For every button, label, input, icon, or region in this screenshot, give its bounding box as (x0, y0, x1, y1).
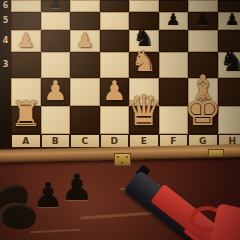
rank-label-5: 5 (1, 16, 10, 25)
brass-hinge (114, 153, 131, 166)
square-a3 (11, 52, 41, 78)
white-queen-e1: ♛ (125, 90, 163, 132)
white-pawn-d2: ♟ (102, 77, 126, 104)
rank-label-3: 3 (1, 60, 10, 69)
captured-black-pawn-2: ♟ (61, 170, 93, 206)
chess-board: 6543ABCDEFGH♟♟♟♟♟♟♞♞♞♟♟♝♜♛♚ (0, 0, 240, 148)
black-pawn-f5: ♟ (166, 12, 180, 28)
square-d6 (100, 0, 130, 12)
toy-pistol (138, 158, 240, 240)
black-knight-h3: ♞ (219, 47, 240, 76)
black-pawn-b6: ♟ (49, 0, 62, 10)
square-d4 (100, 30, 130, 52)
square-c3 (70, 52, 100, 78)
square-a6 (11, 0, 41, 12)
file-label-a: A (11, 134, 41, 148)
black-pawn-g5: ♟ (196, 12, 210, 28)
white-knight-e3: ♞ (131, 47, 157, 76)
white-pawn-c4: ♟ (76, 30, 94, 50)
square-d5 (100, 12, 130, 30)
black-pawn-h5: ♟ (225, 12, 239, 28)
fallen-captured-piece (0, 183, 32, 233)
captured-black-pawn-1: ♟ (33, 178, 63, 212)
file-label-c: C (70, 134, 100, 148)
square-c6 (70, 0, 100, 12)
white-rook-a1: ♜ (10, 97, 41, 132)
brass-hinge-right (208, 149, 224, 157)
square-f3 (159, 52, 189, 78)
square-b5 (41, 12, 71, 30)
rank-label-4: 4 (1, 36, 10, 45)
file-label-b: B (41, 134, 71, 148)
square-e6 (129, 0, 159, 12)
chessboard-photo: 6543ABCDEFGH♟♟♟♟♟♟♞♞♞♟♟♝♜♛♚ ♟ ♟ (0, 0, 240, 240)
file-label-d: D (100, 134, 130, 148)
square-b1 (41, 106, 71, 134)
square-g4 (188, 30, 218, 52)
square-b4 (41, 30, 71, 52)
white-pawn-a4: ♟ (17, 30, 35, 50)
square-f4 (159, 30, 189, 52)
square-c1 (70, 106, 100, 134)
square-c2 (70, 78, 100, 106)
rank-label-6: 6 (1, 1, 10, 10)
white-king-g1: ♚ (184, 90, 222, 132)
white-pawn-b2: ♟ (43, 77, 67, 104)
